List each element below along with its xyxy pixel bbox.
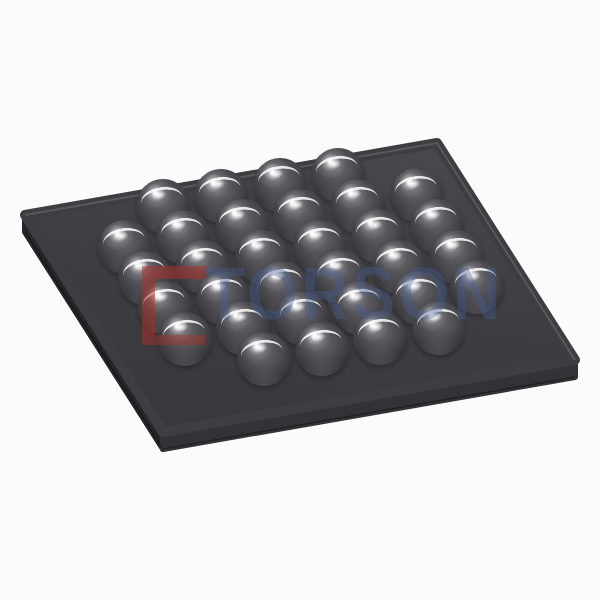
solder-ball bbox=[412, 301, 466, 355]
solder-ball bbox=[237, 332, 291, 386]
solder-ball bbox=[450, 260, 504, 314]
chip-render-canvas: TORSON bbox=[0, 0, 600, 600]
solder-ball bbox=[158, 312, 212, 366]
ball-layer bbox=[0, 0, 600, 600]
solder-ball bbox=[353, 311, 407, 365]
solder-ball bbox=[295, 322, 349, 376]
